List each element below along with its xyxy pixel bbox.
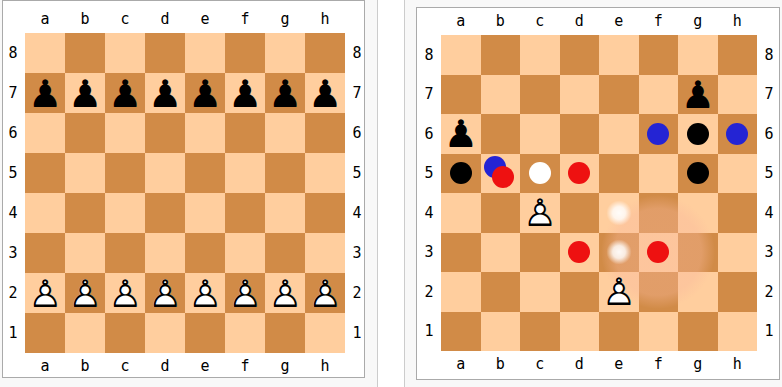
file-label-bottom-d: d xyxy=(560,355,600,373)
rank-label-right-4: 4 xyxy=(347,204,367,222)
black-pawn-e7: ♟ xyxy=(185,73,225,113)
file-label-top-a: a xyxy=(25,10,65,28)
square-e1 xyxy=(599,312,639,352)
square-a4 xyxy=(25,193,65,233)
file-label-top-c: c xyxy=(105,10,145,28)
square-c7 xyxy=(520,75,560,115)
left-board: aabbccddeeffgghh8877665544332211♟♟♟♟♟♟♟♟… xyxy=(25,33,345,353)
white-pawn-f2: ♟♙ xyxy=(225,273,265,313)
square-e5 xyxy=(185,153,225,193)
square-h7 xyxy=(718,75,758,115)
square-h6 xyxy=(305,113,345,153)
square-d1 xyxy=(560,312,600,352)
square-e6 xyxy=(599,114,639,154)
file-label-bottom-d: d xyxy=(145,357,185,375)
rank-label-left-6: 6 xyxy=(419,125,439,143)
square-h2 xyxy=(718,272,758,312)
file-label-top-h: h xyxy=(718,12,758,30)
rank-label-right-7: 7 xyxy=(759,85,779,103)
file-label-bottom-c: c xyxy=(520,355,560,373)
black-dot-g5 xyxy=(687,162,709,184)
square-h5 xyxy=(305,153,345,193)
rank-label-right-6: 6 xyxy=(759,125,779,143)
file-label-top-d: d xyxy=(145,10,185,28)
square-e6 xyxy=(185,113,225,153)
black-pawn-b7: ♟ xyxy=(65,73,105,113)
right-board-image[interactable]: aabbccddeeffgghh8877665544332211♟♟♟♙♟♙ xyxy=(416,7,780,380)
file-label-top-e: e xyxy=(599,12,639,30)
square-e8 xyxy=(185,33,225,73)
square-d6 xyxy=(145,113,185,153)
square-d2 xyxy=(560,272,600,312)
rank-label-right-6: 6 xyxy=(347,124,367,142)
file-label-bottom-a: a xyxy=(441,355,481,373)
square-e5 xyxy=(599,154,639,194)
square-f6 xyxy=(225,113,265,153)
square-b1 xyxy=(65,313,105,353)
square-d4 xyxy=(145,193,185,233)
square-b3 xyxy=(481,233,521,273)
black-dot-a5 xyxy=(450,162,472,184)
square-g8 xyxy=(265,33,305,73)
white-pawn-b2: ♟♙ xyxy=(65,273,105,313)
rank-label-left-5: 5 xyxy=(419,164,439,182)
white-pawn-e2: ♟♙ xyxy=(185,273,225,313)
square-g1 xyxy=(265,313,305,353)
square-g5 xyxy=(265,153,305,193)
square-e1 xyxy=(185,313,225,353)
square-d3 xyxy=(145,233,185,273)
rank-label-left-6: 6 xyxy=(3,124,23,142)
black-pawn-a7: ♟ xyxy=(25,73,65,113)
rank-label-right-2: 2 xyxy=(347,284,367,302)
square-c5 xyxy=(105,153,145,193)
square-b8 xyxy=(65,33,105,73)
rank-label-right-1: 1 xyxy=(347,324,367,342)
square-d7 xyxy=(560,75,600,115)
white-pawn-d2: ♟♙ xyxy=(145,273,185,313)
file-label-bottom-b: b xyxy=(65,357,105,375)
square-a2 xyxy=(441,272,481,312)
faded-white-dot-e3 xyxy=(605,238,633,266)
square-b4 xyxy=(481,193,521,233)
square-g6 xyxy=(265,113,305,153)
rank-label-right-5: 5 xyxy=(347,164,367,182)
black-pawn-g7: ♟ xyxy=(265,73,305,113)
rank-label-left-1: 1 xyxy=(419,322,439,340)
rank-label-right-3: 3 xyxy=(759,243,779,261)
square-h1 xyxy=(718,312,758,352)
square-g1 xyxy=(678,312,718,352)
square-g8 xyxy=(678,35,718,75)
square-a6 xyxy=(25,113,65,153)
left-board-image[interactable]: aabbccddeeffgghh8877665544332211♟♟♟♟♟♟♟♟… xyxy=(2,0,365,378)
white-pawn-g2: ♟♙ xyxy=(265,273,305,313)
square-f1 xyxy=(225,313,265,353)
file-label-bottom-f: f xyxy=(639,355,679,373)
rank-label-left-2: 2 xyxy=(3,284,23,302)
square-e7 xyxy=(599,75,639,115)
rank-label-right-2: 2 xyxy=(759,283,779,301)
file-label-bottom-e: e xyxy=(185,357,225,375)
file-label-top-e: e xyxy=(185,10,225,28)
rank-label-left-4: 4 xyxy=(419,204,439,222)
file-label-bottom-c: c xyxy=(105,357,145,375)
black-pawn-h7: ♟ xyxy=(305,73,345,113)
rank-label-right-8: 8 xyxy=(759,46,779,64)
square-c2 xyxy=(520,272,560,312)
square-b6 xyxy=(65,113,105,153)
square-e3 xyxy=(185,233,225,273)
square-f5 xyxy=(225,153,265,193)
file-label-bottom-b: b xyxy=(481,355,521,373)
rank-label-right-3: 3 xyxy=(347,244,367,262)
square-h3 xyxy=(718,233,758,273)
rank-label-left-3: 3 xyxy=(419,243,439,261)
square-b4 xyxy=(65,193,105,233)
square-f1 xyxy=(639,312,679,352)
black-pawn-d7: ♟ xyxy=(145,73,185,113)
file-label-bottom-g: g xyxy=(265,357,305,375)
square-h3 xyxy=(305,233,345,273)
white-dot-c5 xyxy=(529,162,551,184)
square-f8 xyxy=(225,33,265,73)
square-c8 xyxy=(105,33,145,73)
rank-label-right-4: 4 xyxy=(759,204,779,222)
black-dot-g6 xyxy=(687,123,709,145)
file-label-bottom-h: h xyxy=(305,357,345,375)
page: aabbccddeeffgghh8877665544332211♟♟♟♟♟♟♟♟… xyxy=(0,0,782,387)
white-pawn-e2: ♟♙ xyxy=(599,272,639,312)
rank-label-right-8: 8 xyxy=(347,44,367,62)
rank-label-left-3: 3 xyxy=(3,244,23,262)
square-b1 xyxy=(481,312,521,352)
square-d8 xyxy=(560,35,600,75)
rank-label-left-8: 8 xyxy=(419,46,439,64)
square-d5 xyxy=(145,153,185,193)
rank-label-left-8: 8 xyxy=(3,44,23,62)
square-c6 xyxy=(520,114,560,154)
square-h8 xyxy=(718,35,758,75)
square-h1 xyxy=(305,313,345,353)
square-b2 xyxy=(481,272,521,312)
rank-label-left-7: 7 xyxy=(419,85,439,103)
rank-label-left-7: 7 xyxy=(3,84,23,102)
white-pawn-c4: ♟♙ xyxy=(520,193,560,233)
square-c3 xyxy=(520,233,560,273)
square-a1 xyxy=(441,312,481,352)
square-c1 xyxy=(105,313,145,353)
square-b8 xyxy=(481,35,521,75)
square-g3 xyxy=(265,233,305,273)
file-label-top-g: g xyxy=(265,10,305,28)
blue-dot-f6 xyxy=(647,123,669,145)
file-label-bottom-e: e xyxy=(599,355,639,373)
square-c6 xyxy=(105,113,145,153)
square-f5 xyxy=(639,154,679,194)
square-a8 xyxy=(25,33,65,73)
file-label-top-b: b xyxy=(481,12,521,30)
white-pawn-a2: ♟♙ xyxy=(25,273,65,313)
square-b5 xyxy=(65,153,105,193)
square-f4 xyxy=(225,193,265,233)
square-c8 xyxy=(520,35,560,75)
right-board: aabbccddeeffgghh8877665544332211♟♟♟♙♟♙ xyxy=(441,35,757,351)
white-pawn-h2: ♟♙ xyxy=(305,273,345,313)
square-e4 xyxy=(185,193,225,233)
faded-white-dot-e4 xyxy=(605,199,633,227)
square-b7 xyxy=(481,75,521,115)
rank-label-left-5: 5 xyxy=(3,164,23,182)
file-label-top-g: g xyxy=(678,12,718,30)
file-label-top-a: a xyxy=(441,12,481,30)
square-d6 xyxy=(560,114,600,154)
square-f7 xyxy=(639,75,679,115)
file-label-bottom-a: a xyxy=(25,357,65,375)
rank-label-left-2: 2 xyxy=(419,283,439,301)
rank-label-left-1: 1 xyxy=(3,324,23,342)
rank-label-right-1: 1 xyxy=(759,322,779,340)
square-a1 xyxy=(25,313,65,353)
square-d8 xyxy=(145,33,185,73)
file-label-top-c: c xyxy=(520,12,560,30)
square-c3 xyxy=(105,233,145,273)
rank-label-right-5: 5 xyxy=(759,164,779,182)
file-label-bottom-f: f xyxy=(225,357,265,375)
file-label-top-d: d xyxy=(560,12,600,30)
square-h5 xyxy=(718,154,758,194)
file-label-bottom-g: g xyxy=(678,355,718,373)
square-g4 xyxy=(265,193,305,233)
square-a3 xyxy=(441,233,481,273)
square-a5 xyxy=(25,153,65,193)
square-e8 xyxy=(599,35,639,75)
blue-dot-h6 xyxy=(726,123,748,145)
square-c4 xyxy=(105,193,145,233)
square-b3 xyxy=(65,233,105,273)
square-h4 xyxy=(305,193,345,233)
square-f3 xyxy=(225,233,265,273)
square-d1 xyxy=(145,313,185,353)
rank-label-right-7: 7 xyxy=(347,84,367,102)
square-a3 xyxy=(25,233,65,273)
white-pawn-c2: ♟♙ xyxy=(105,273,145,313)
file-label-bottom-h: h xyxy=(718,355,758,373)
square-h4 xyxy=(718,193,758,233)
file-label-top-b: b xyxy=(65,10,105,28)
square-a7 xyxy=(441,75,481,115)
file-label-top-f: f xyxy=(225,10,265,28)
black-pawn-a6: ♟ xyxy=(441,114,481,154)
file-label-top-f: f xyxy=(639,12,679,30)
square-f8 xyxy=(639,35,679,75)
rank-label-left-4: 4 xyxy=(3,204,23,222)
black-pawn-c7: ♟ xyxy=(105,73,145,113)
square-c1 xyxy=(520,312,560,352)
square-d4 xyxy=(560,193,600,233)
square-b6 xyxy=(481,114,521,154)
file-label-top-h: h xyxy=(305,10,345,28)
square-h8 xyxy=(305,33,345,73)
black-pawn-g7: ♟ xyxy=(678,75,718,115)
square-a8 xyxy=(441,35,481,75)
black-pawn-f7: ♟ xyxy=(225,73,265,113)
square-a4 xyxy=(441,193,481,233)
